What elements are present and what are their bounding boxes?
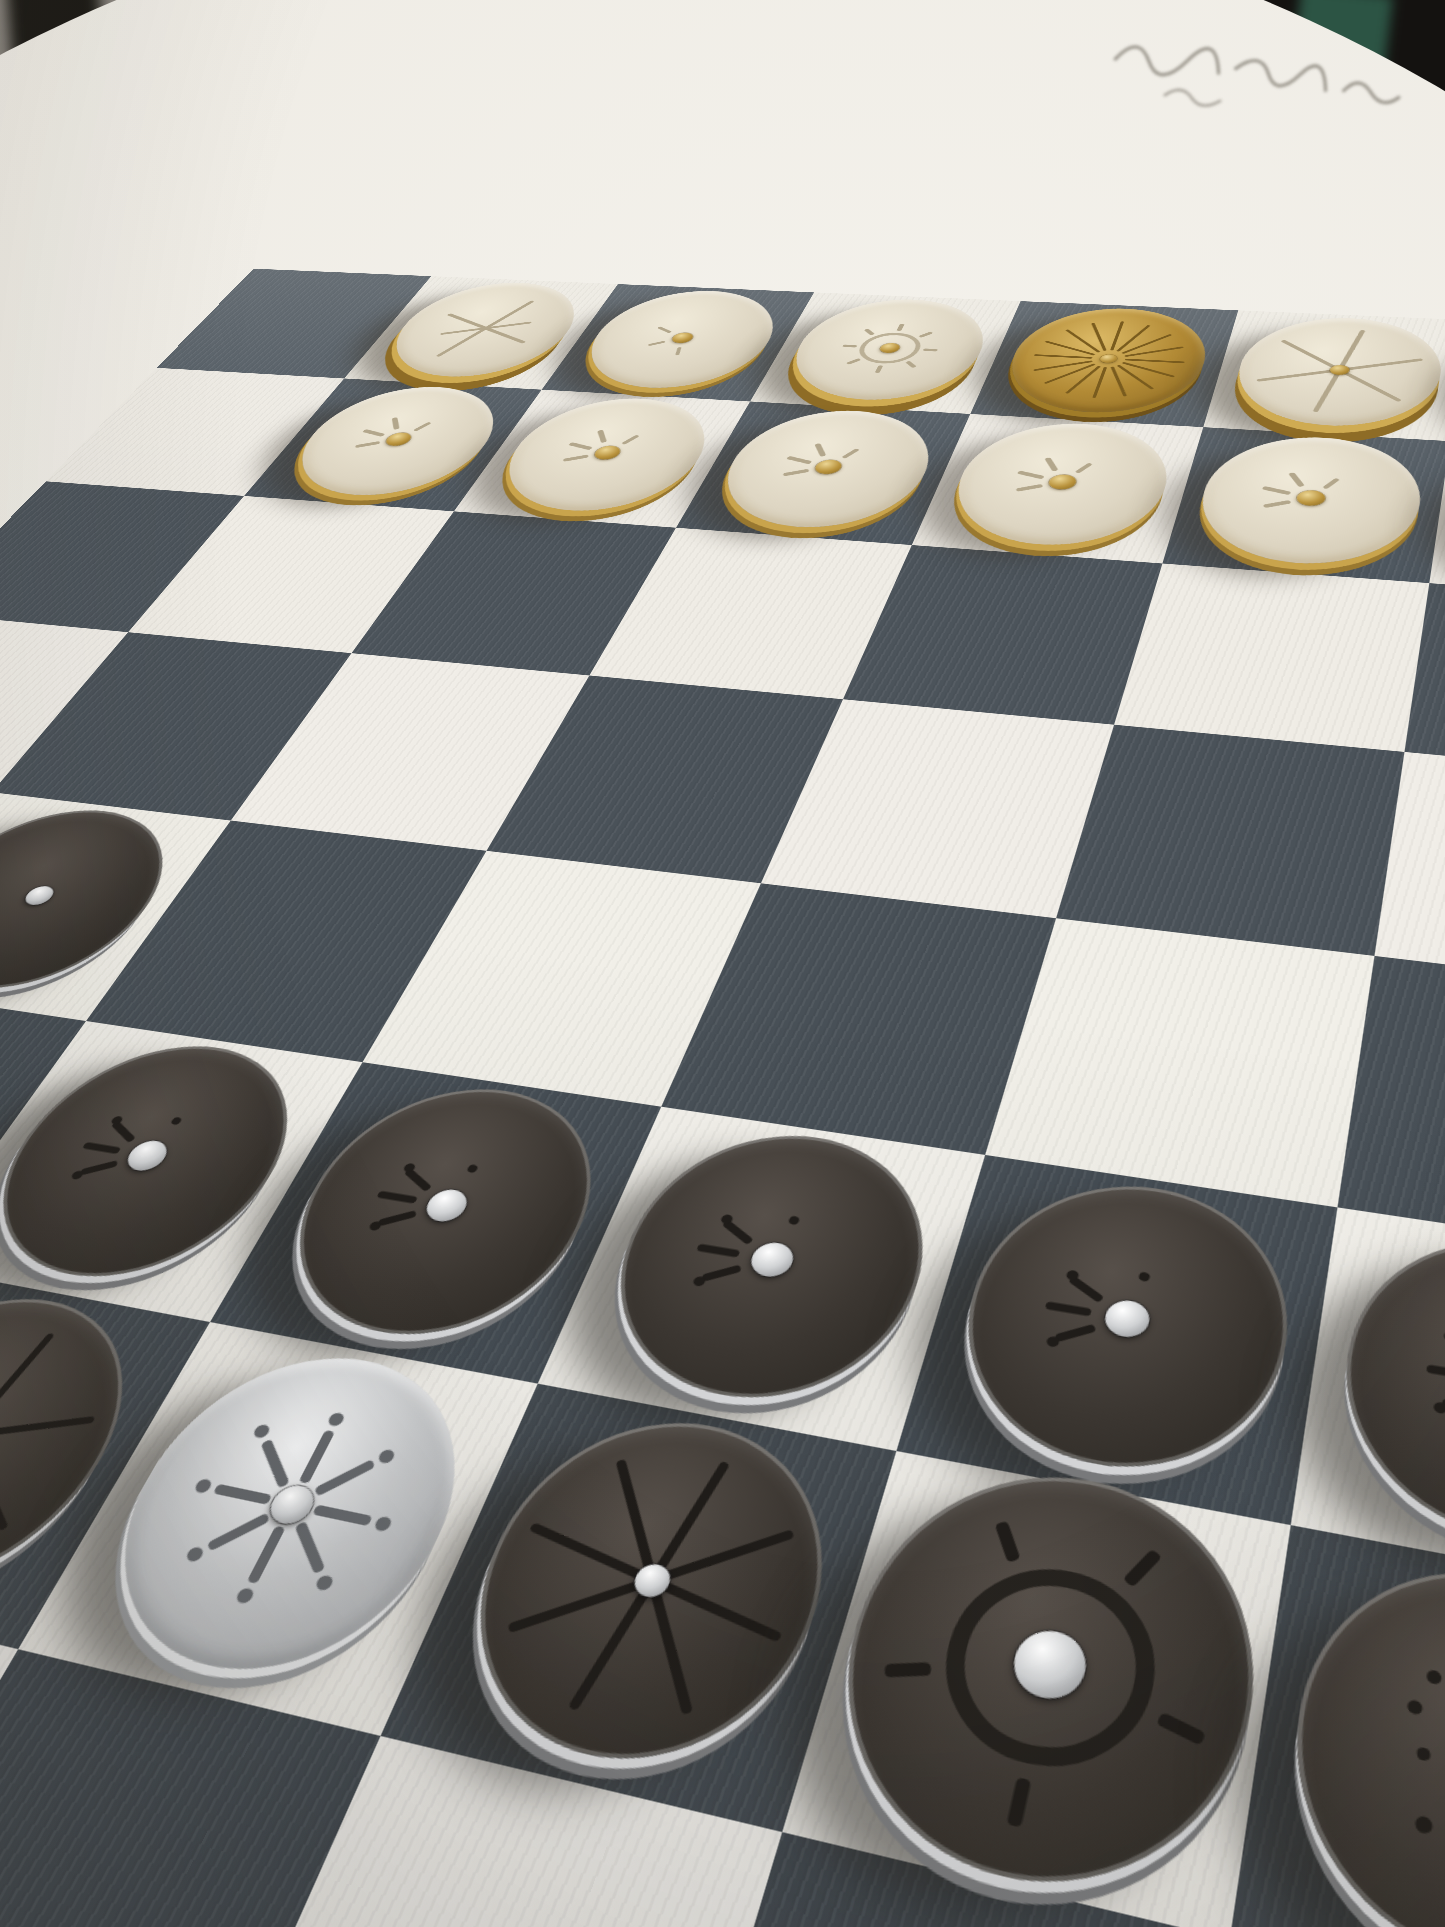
metal-ball-center — [1098, 354, 1117, 363]
stamp-ray — [648, 341, 666, 346]
stamp-dot — [1431, 1401, 1445, 1415]
stamp-ray — [1054, 1324, 1096, 1342]
stamp-ray — [568, 442, 593, 450]
light-checker-ringspokes-a3[interactable] — [772, 296, 1002, 404]
stamp-ray — [391, 417, 399, 430]
stamp-ray — [701, 1264, 741, 1281]
stamp-ray — [212, 1484, 271, 1505]
stamp-dot — [1137, 1271, 1151, 1282]
metal-ball-center — [669, 332, 695, 343]
stamp-ray — [80, 1160, 116, 1175]
stamp-ray — [1015, 484, 1043, 492]
stamp-ray — [1044, 457, 1058, 471]
metal-ball-center — [382, 432, 414, 446]
gold-checker-sunburst-a4[interactable] — [992, 305, 1219, 417]
stamp-ray — [918, 331, 933, 337]
stamp-ray — [378, 1210, 416, 1226]
scene — [0, 0, 1445, 1927]
stamp-ray — [1006, 1777, 1031, 1827]
stamp-ray — [0, 1332, 54, 1547]
stamp-ray — [896, 324, 904, 331]
stamp-ray — [1122, 1549, 1162, 1588]
stamp-ray — [413, 422, 432, 432]
stamp-dot — [787, 1215, 801, 1225]
stamp-ray — [0, 1416, 94, 1455]
stamp-dot — [692, 1275, 706, 1287]
metal-ball-center — [20, 885, 58, 906]
stamp-dot — [192, 1478, 213, 1494]
light-checker-star-b4[interactable] — [936, 419, 1183, 552]
stamp-ray — [1016, 470, 1044, 479]
stamp-dot — [71, 1170, 82, 1181]
square-2-5-light[interactable] — [1114, 563, 1429, 751]
stamp-dot — [1404, 1697, 1424, 1716]
stamp-ray — [994, 1521, 1020, 1563]
stamp-ray — [1033, 354, 1092, 358]
stamp-ray — [786, 456, 812, 464]
stamp-ray — [314, 1459, 375, 1497]
dark-checker-constellation-d5[interactable] — [1272, 1542, 1445, 1927]
stamp-ray — [842, 344, 857, 347]
stamp-dot — [252, 1422, 271, 1440]
stamp-dot — [1423, 1668, 1444, 1686]
stamp-dot — [368, 1220, 380, 1232]
stamp-dot — [1411, 1813, 1435, 1837]
stamp-ray — [440, 321, 531, 334]
checkers-board — [0, 269, 1445, 1927]
metal-ball-center — [1046, 474, 1078, 490]
stamp-ray — [298, 1430, 335, 1484]
stamp-ray — [1262, 500, 1291, 508]
metal-ball-center — [1295, 490, 1326, 507]
light-checker-star-b5[interactable] — [1186, 432, 1429, 571]
metal-ball-center — [120, 1138, 173, 1173]
stamp-dot — [169, 1116, 182, 1125]
stamp-ray — [1322, 478, 1340, 489]
stamp-ray — [696, 1243, 740, 1257]
square-0-5-light[interactable] — [1203, 310, 1445, 441]
stamp-ray — [312, 1504, 373, 1526]
stamp-ray — [355, 441, 379, 448]
stamp-ray — [1288, 472, 1305, 487]
dark-checker-crown-c4[interactable] — [933, 1167, 1307, 1494]
stamp-ray — [1044, 1301, 1091, 1316]
stamp-ray — [922, 348, 937, 351]
dark-checker-crown-c5[interactable] — [1327, 1220, 1445, 1573]
stamp-ray — [81, 1142, 120, 1154]
metal-ball-center — [591, 445, 623, 460]
stamp-dot — [465, 1164, 478, 1174]
light-checker-star-b3[interactable] — [700, 406, 951, 534]
stamp-ray — [863, 329, 874, 336]
stamp-ray — [597, 430, 607, 443]
stamp-ray — [657, 326, 672, 333]
stamp-ray — [246, 1526, 285, 1584]
stamp-ray — [621, 435, 639, 445]
stamp-ray — [563, 454, 588, 461]
stamp-dot — [326, 1412, 346, 1427]
stamp-dot — [376, 1447, 395, 1465]
square-1-5-dark[interactable] — [1162, 427, 1445, 583]
stamp-ray — [841, 448, 859, 459]
stamp-ray — [782, 469, 808, 477]
metal-ball-center — [263, 1482, 319, 1527]
stamp-ray — [814, 443, 826, 457]
metal-ball-center — [812, 459, 844, 475]
stamp-dot — [185, 1544, 204, 1564]
stamp-ray — [260, 1439, 289, 1489]
stamp-dot — [1416, 1747, 1431, 1760]
stamp-ray — [1426, 1364, 1445, 1380]
metal-ball-center — [1101, 1297, 1152, 1340]
stamp-ray — [0, 1347, 8, 1531]
stamp-dot — [314, 1573, 334, 1593]
stamp-ray — [294, 1521, 325, 1575]
light-checker-spokes6-a5[interactable] — [1225, 314, 1445, 431]
stamp-dot — [234, 1587, 256, 1605]
metal-ball-center — [420, 1187, 472, 1224]
stamp-ray — [206, 1513, 269, 1552]
stamp-ray — [376, 1191, 418, 1204]
square-3-5-dark[interactable] — [1056, 725, 1404, 956]
stamp-ray — [1155, 1712, 1205, 1746]
stamp-ray — [1074, 463, 1092, 474]
stamp-ray — [1124, 359, 1184, 364]
stamp-ray — [905, 361, 917, 368]
metal-ball-center — [746, 1240, 798, 1280]
stamp-ray — [884, 1662, 930, 1677]
stamp-dot — [372, 1515, 393, 1532]
stamp-ray — [874, 365, 883, 373]
stamp-ray — [1261, 486, 1291, 495]
stamp-ray — [362, 429, 385, 437]
stamp-dot — [1441, 1329, 1445, 1344]
board-area — [0, 0, 1445, 1927]
stamp-ray — [675, 347, 681, 355]
stamp-ray — [846, 358, 861, 365]
